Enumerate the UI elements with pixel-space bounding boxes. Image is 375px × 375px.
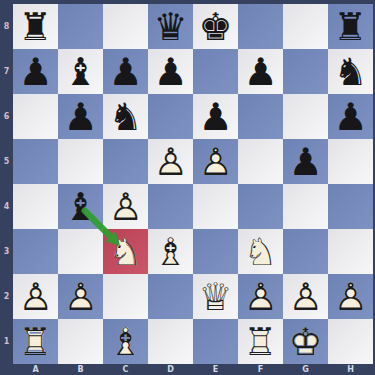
square-f1[interactable]: ♜♖ xyxy=(238,319,283,364)
square-g4[interactable] xyxy=(283,184,328,229)
white-piece-outline: ♘ xyxy=(103,229,148,274)
rank-label-2: 2 xyxy=(0,274,13,319)
square-c8[interactable] xyxy=(103,4,148,49)
black-piece-fill: ♚ xyxy=(193,4,238,49)
rank-label-3: 3 xyxy=(0,229,13,274)
file-label-f: F xyxy=(238,364,283,375)
square-h7[interactable]: ♞ xyxy=(328,49,373,94)
square-a3[interactable] xyxy=(13,229,58,274)
white-piece-outline: ♙ xyxy=(283,274,328,319)
white-piece-outline: ♙ xyxy=(193,139,238,184)
square-g5[interactable]: ♟ xyxy=(283,139,328,184)
black-piece-fill: ♞ xyxy=(328,49,373,94)
square-c7[interactable]: ♟ xyxy=(103,49,148,94)
square-f2[interactable]: ♟♙ xyxy=(238,274,283,319)
white-pawn-icon: ♟♙ xyxy=(283,274,328,319)
black-king-icon: ♚ xyxy=(193,4,238,49)
square-c5[interactable] xyxy=(103,139,148,184)
square-g7[interactable] xyxy=(283,49,328,94)
rank-label-5: 5 xyxy=(0,139,13,184)
square-b4[interactable]: ♝ xyxy=(58,184,103,229)
square-d3[interactable]: ♝♗ xyxy=(148,229,193,274)
square-b8[interactable] xyxy=(58,4,103,49)
file-label-e: E xyxy=(193,364,238,375)
square-f4[interactable] xyxy=(238,184,283,229)
black-piece-fill: ♛ xyxy=(148,4,193,49)
black-piece-fill: ♟ xyxy=(148,49,193,94)
black-pawn-icon: ♟ xyxy=(328,94,373,139)
square-c1[interactable]: ♝♗ xyxy=(103,319,148,364)
black-pawn-icon: ♟ xyxy=(238,49,283,94)
square-b1[interactable] xyxy=(58,319,103,364)
square-g2[interactable]: ♟♙ xyxy=(283,274,328,319)
square-c3[interactable]: ♞♘ xyxy=(103,229,148,274)
white-piece-outline: ♗ xyxy=(103,319,148,364)
square-d8[interactable]: ♛ xyxy=(148,4,193,49)
file-label-g: G xyxy=(283,364,328,375)
square-c6[interactable]: ♞ xyxy=(103,94,148,139)
square-a6[interactable] xyxy=(13,94,58,139)
square-h2[interactable]: ♟♙ xyxy=(328,274,373,319)
white-piece-outline: ♙ xyxy=(148,139,193,184)
white-pawn-icon: ♟♙ xyxy=(193,139,238,184)
square-d5[interactable]: ♟♙ xyxy=(148,139,193,184)
black-piece-fill: ♝ xyxy=(58,184,103,229)
white-pawn-icon: ♟♙ xyxy=(238,274,283,319)
white-king-icon: ♚♔ xyxy=(283,319,328,364)
square-a5[interactable] xyxy=(13,139,58,184)
white-piece-outline: ♙ xyxy=(328,274,373,319)
black-knight-icon: ♞ xyxy=(328,49,373,94)
black-pawn-icon: ♟ xyxy=(283,139,328,184)
rank-label-4: 4 xyxy=(0,184,13,229)
square-h8[interactable]: ♜ xyxy=(328,4,373,49)
rank-label-1: 1 xyxy=(0,319,13,364)
rank-label-8: 8 xyxy=(0,4,13,49)
white-piece-outline: ♖ xyxy=(238,319,283,364)
black-piece-fill: ♝ xyxy=(58,49,103,94)
square-c4[interactable]: ♟♙ xyxy=(103,184,148,229)
square-g1[interactable]: ♚♔ xyxy=(283,319,328,364)
rank-label-7: 7 xyxy=(0,49,13,94)
file-label-a: A xyxy=(13,364,58,375)
black-piece-fill: ♟ xyxy=(238,49,283,94)
white-rook-icon: ♜♖ xyxy=(238,319,283,364)
square-f7[interactable]: ♟ xyxy=(238,49,283,94)
white-piece-outline: ♖ xyxy=(13,319,58,364)
black-piece-fill: ♟ xyxy=(58,94,103,139)
square-e3[interactable] xyxy=(193,229,238,274)
white-pawn-icon: ♟♙ xyxy=(148,139,193,184)
white-piece-outline: ♗ xyxy=(148,229,193,274)
square-h1[interactable] xyxy=(328,319,373,364)
square-e2[interactable]: ♛♕ xyxy=(193,274,238,319)
square-a1[interactable]: ♜♖ xyxy=(13,319,58,364)
square-e5[interactable]: ♟♙ xyxy=(193,139,238,184)
square-g3[interactable] xyxy=(283,229,328,274)
white-piece-outline: ♙ xyxy=(13,274,58,319)
square-g6[interactable] xyxy=(283,94,328,139)
black-piece-fill: ♟ xyxy=(13,49,58,94)
white-pawn-icon: ♟♙ xyxy=(103,184,148,229)
file-label-h: H xyxy=(328,364,373,375)
black-pawn-icon: ♟ xyxy=(103,49,148,94)
white-bishop-icon: ♝♗ xyxy=(148,229,193,274)
black-piece-fill: ♟ xyxy=(193,94,238,139)
square-f5[interactable] xyxy=(238,139,283,184)
black-piece-fill: ♜ xyxy=(328,4,373,49)
square-d1[interactable] xyxy=(148,319,193,364)
square-c2[interactable] xyxy=(103,274,148,319)
white-piece-outline: ♘ xyxy=(238,229,283,274)
black-knight-icon: ♞ xyxy=(103,94,148,139)
black-queen-icon: ♛ xyxy=(148,4,193,49)
black-bishop-icon: ♝ xyxy=(58,49,103,94)
white-piece-outline: ♙ xyxy=(103,184,148,229)
black-pawn-icon: ♟ xyxy=(58,94,103,139)
square-f8[interactable] xyxy=(238,4,283,49)
square-h5[interactable] xyxy=(328,139,373,184)
square-h3[interactable] xyxy=(328,229,373,274)
white-queen-icon: ♛♕ xyxy=(193,274,238,319)
square-b6[interactable]: ♟ xyxy=(58,94,103,139)
square-e1[interactable] xyxy=(193,319,238,364)
square-h6[interactable]: ♟ xyxy=(328,94,373,139)
square-d4[interactable] xyxy=(148,184,193,229)
white-piece-outline: ♕ xyxy=(193,274,238,319)
square-d7[interactable]: ♟ xyxy=(148,49,193,94)
black-piece-fill: ♟ xyxy=(103,49,148,94)
square-e8[interactable]: ♚ xyxy=(193,4,238,49)
white-piece-outline: ♙ xyxy=(58,274,103,319)
square-d2[interactable] xyxy=(148,274,193,319)
white-bishop-icon: ♝♗ xyxy=(103,319,148,364)
black-piece-fill: ♜ xyxy=(13,4,58,49)
white-piece-outline: ♔ xyxy=(283,319,328,364)
square-a2[interactable]: ♟♙ xyxy=(13,274,58,319)
square-e7[interactable] xyxy=(193,49,238,94)
square-b5[interactable] xyxy=(58,139,103,184)
square-e6[interactable]: ♟ xyxy=(193,94,238,139)
square-b7[interactable]: ♝ xyxy=(58,49,103,94)
square-f3[interactable]: ♞♘ xyxy=(238,229,283,274)
white-rook-icon: ♜♖ xyxy=(13,319,58,364)
square-a7[interactable]: ♟ xyxy=(13,49,58,94)
black-pawn-icon: ♟ xyxy=(193,94,238,139)
white-pawn-icon: ♟♙ xyxy=(58,274,103,319)
black-piece-fill: ♞ xyxy=(103,94,148,139)
square-g8[interactable] xyxy=(283,4,328,49)
square-b2[interactable]: ♟♙ xyxy=(58,274,103,319)
file-label-d: D xyxy=(148,364,193,375)
black-rook-icon: ♜ xyxy=(13,4,58,49)
square-e4[interactable] xyxy=(193,184,238,229)
square-a8[interactable]: ♜ xyxy=(13,4,58,49)
black-piece-fill: ♟ xyxy=(328,94,373,139)
white-piece-outline: ♙ xyxy=(238,274,283,319)
black-pawn-icon: ♟ xyxy=(148,49,193,94)
chess-board: ♜♛♚♜♟♝♟♟♟♞♟♞♟♟♟♙♟♙♟♝♟♙♞♘♝♗♞♘♟♙♟♙♛♕♟♙♟♙♟♙… xyxy=(0,0,375,375)
black-pawn-icon: ♟ xyxy=(13,49,58,94)
square-a4[interactable] xyxy=(13,184,58,229)
white-pawn-icon: ♟♙ xyxy=(328,274,373,319)
black-piece-fill: ♟ xyxy=(283,139,328,184)
white-knight-icon: ♞♘ xyxy=(103,229,148,274)
white-knight-icon: ♞♘ xyxy=(238,229,283,274)
file-label-b: B xyxy=(58,364,103,375)
square-h4[interactable] xyxy=(328,184,373,229)
file-label-c: C xyxy=(103,364,148,375)
board-grid: ♜♛♚♜♟♝♟♟♟♞♟♞♟♟♟♙♟♙♟♝♟♙♞♘♝♗♞♘♟♙♟♙♛♕♟♙♟♙♟♙… xyxy=(13,4,373,364)
square-b3[interactable] xyxy=(58,229,103,274)
square-d6[interactable] xyxy=(148,94,193,139)
black-bishop-icon: ♝ xyxy=(58,184,103,229)
black-rook-icon: ♜ xyxy=(328,4,373,49)
white-pawn-icon: ♟♙ xyxy=(13,274,58,319)
square-f6[interactable] xyxy=(238,94,283,139)
rank-label-6: 6 xyxy=(0,94,13,139)
